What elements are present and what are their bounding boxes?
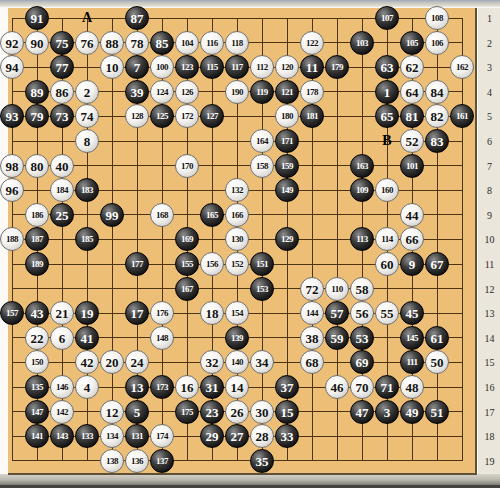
stone-white-52[interactable]: 52 — [400, 129, 424, 153]
stone-white-74[interactable]: 74 — [75, 104, 99, 128]
stone-black-153[interactable]: 153 — [250, 277, 274, 301]
stone-black-39[interactable]: 39 — [125, 80, 149, 104]
stone-white-176[interactable]: 176 — [150, 301, 174, 325]
stone-white-120[interactable]: 120 — [275, 55, 299, 79]
stone-white-14[interactable]: 14 — [225, 375, 249, 399]
window-top-edge — [0, 0, 500, 8]
row-label-13: 13 — [478, 308, 500, 319]
stone-white-150[interactable]: 150 — [25, 350, 49, 374]
stone-black-83[interactable]: 83 — [425, 129, 449, 153]
stone-black-111[interactable]: 111 — [400, 350, 424, 374]
stone-black-73[interactable]: 73 — [50, 104, 74, 128]
stone-black-67[interactable]: 67 — [425, 252, 449, 276]
stone-white-2[interactable]: 2 — [75, 80, 99, 104]
row-label-16: 16 — [478, 382, 500, 393]
stone-black-91[interactable]: 91 — [25, 6, 49, 30]
stone-black-141[interactable]: 141 — [25, 424, 49, 448]
stone-black-121[interactable]: 121 — [275, 80, 299, 104]
stone-white-112[interactable]: 112 — [250, 55, 274, 79]
stone-white-94[interactable]: 94 — [0, 55, 24, 79]
stone-black-23[interactable]: 23 — [200, 400, 224, 424]
stone-black-113[interactable]: 113 — [350, 227, 374, 251]
stone-white-42[interactable]: 42 — [75, 350, 99, 374]
stone-white-48[interactable]: 48 — [400, 375, 424, 399]
stone-white-136[interactable]: 136 — [125, 449, 149, 473]
stone-black-75[interactable]: 75 — [50, 31, 74, 55]
stone-white-130[interactable]: 130 — [225, 227, 249, 251]
stone-white-70[interactable]: 70 — [350, 375, 374, 399]
stone-black-131[interactable]: 131 — [125, 424, 149, 448]
stone-white-104[interactable]: 104 — [175, 31, 199, 55]
stone-black-15[interactable]: 15 — [275, 400, 299, 424]
row-label-17: 17 — [478, 406, 500, 417]
stone-black-115[interactable]: 115 — [200, 55, 224, 79]
stone-white-154[interactable]: 154 — [225, 301, 249, 325]
row-label-10: 10 — [478, 234, 500, 245]
stone-white-72[interactable]: 72 — [300, 277, 324, 301]
stone-white-148[interactable]: 148 — [150, 326, 174, 350]
stone-white-110[interactable]: 110 — [325, 277, 349, 301]
stone-white-152[interactable]: 152 — [225, 252, 249, 276]
stone-white-38[interactable]: 38 — [300, 326, 324, 350]
stone-black-133[interactable]: 133 — [75, 424, 99, 448]
stone-black-13[interactable]: 13 — [125, 375, 149, 399]
stone-black-33[interactable]: 33 — [275, 424, 299, 448]
stone-black-65[interactable]: 65 — [375, 104, 399, 128]
stone-black-47[interactable]: 47 — [350, 400, 374, 424]
stone-white-172[interactable]: 172 — [175, 104, 199, 128]
stone-white-92[interactable]: 92 — [0, 31, 24, 55]
stone-white-22[interactable]: 22 — [25, 326, 49, 350]
stone-white-124[interactable]: 124 — [150, 80, 174, 104]
stone-black-105[interactable]: 105 — [400, 31, 424, 55]
stone-white-78[interactable]: 78 — [125, 31, 149, 55]
stone-black-137[interactable]: 137 — [150, 449, 174, 473]
stone-white-144[interactable]: 144 — [300, 301, 324, 325]
row-label-3: 3 — [478, 62, 500, 73]
row-label-9: 9 — [478, 209, 500, 220]
stone-white-58[interactable]: 58 — [350, 277, 374, 301]
stone-black-17[interactable]: 17 — [125, 301, 149, 325]
stone-black-103[interactable]: 103 — [350, 31, 374, 55]
stone-white-28[interactable]: 28 — [250, 424, 274, 448]
stone-black-11[interactable]: 11 — [300, 55, 324, 79]
stone-black-135[interactable]: 135 — [25, 375, 49, 399]
stone-white-128[interactable]: 128 — [125, 104, 149, 128]
board-mark-A: A — [82, 10, 92, 26]
stone-white-146[interactable]: 146 — [50, 375, 74, 399]
stone-white-10[interactable]: 10 — [100, 55, 124, 79]
stone-black-71[interactable]: 71 — [375, 375, 399, 399]
row-label-6: 6 — [478, 136, 500, 147]
stone-white-64[interactable]: 64 — [400, 80, 424, 104]
stone-white-66[interactable]: 66 — [400, 227, 424, 251]
stone-black-163[interactable]: 163 — [350, 154, 374, 178]
stone-white-76[interactable]: 76 — [75, 31, 99, 55]
board-mark-B: B — [382, 133, 391, 149]
row-label-5: 5 — [478, 111, 500, 122]
stone-black-85[interactable]: 85 — [150, 31, 174, 55]
go-board[interactable]: AB 1234567891011121314151617181920212223… — [8, 8, 477, 475]
stone-black-25[interactable]: 25 — [50, 203, 74, 227]
stone-white-116[interactable]: 116 — [200, 31, 224, 55]
stone-white-114[interactable]: 114 — [375, 227, 399, 251]
stone-black-69[interactable]: 69 — [350, 350, 374, 374]
row-label-18: 18 — [478, 431, 500, 442]
stone-black-171[interactable]: 171 — [275, 129, 299, 153]
stone-white-4[interactable]: 4 — [75, 375, 99, 399]
stone-white-166[interactable]: 166 — [225, 203, 249, 227]
stone-black-59[interactable]: 59 — [325, 326, 349, 350]
stone-white-62[interactable]: 62 — [400, 55, 424, 79]
stone-black-9[interactable]: 9 — [400, 252, 424, 276]
stone-black-79[interactable]: 79 — [25, 104, 49, 128]
stone-black-3[interactable]: 3 — [375, 400, 399, 424]
stone-black-117[interactable]: 117 — [225, 55, 249, 79]
stone-black-149[interactable]: 149 — [275, 178, 299, 202]
row-coordinates: 12345678910111213141516171819 — [477, 8, 500, 474]
stone-white-162[interactable]: 162 — [450, 55, 474, 79]
stone-black-51[interactable]: 51 — [425, 400, 449, 424]
row-label-19: 19 — [478, 455, 500, 466]
stone-white-180[interactable]: 180 — [275, 104, 299, 128]
stone-black-53[interactable]: 53 — [350, 326, 374, 350]
stone-white-26[interactable]: 26 — [225, 400, 249, 424]
stone-white-106[interactable]: 106 — [425, 31, 449, 55]
stone-black-123[interactable]: 123 — [175, 55, 199, 79]
stone-black-61[interactable]: 61 — [425, 326, 449, 350]
row-label-7: 7 — [478, 160, 500, 171]
stone-white-84[interactable]: 84 — [425, 80, 449, 104]
stone-black-189[interactable]: 189 — [25, 252, 49, 276]
stone-white-21[interactable]: 21 — [50, 301, 74, 325]
stone-white-56[interactable]: 56 — [350, 301, 374, 325]
stone-white-186[interactable]: 186 — [25, 203, 49, 227]
stone-white-126[interactable]: 126 — [175, 80, 199, 104]
stone-white-16[interactable]: 16 — [175, 375, 199, 399]
stone-black-181[interactable]: 181 — [300, 104, 324, 128]
stone-black-87[interactable]: 87 — [125, 6, 149, 30]
stone-white-60[interactable]: 60 — [375, 252, 399, 276]
stone-black-45[interactable]: 45 — [400, 301, 424, 325]
stone-black-169[interactable]: 169 — [175, 227, 199, 251]
stone-black-57[interactable]: 57 — [325, 301, 349, 325]
stone-white-156[interactable]: 156 — [200, 252, 224, 276]
stone-white-88[interactable]: 88 — [100, 31, 124, 55]
stone-black-41[interactable]: 41 — [75, 326, 99, 350]
stone-white-134[interactable]: 134 — [100, 424, 124, 448]
stone-white-20[interactable]: 20 — [100, 350, 124, 374]
stone-white-6[interactable]: 6 — [50, 326, 74, 350]
stone-white-184[interactable]: 184 — [50, 178, 74, 202]
stone-black-139[interactable]: 139 — [225, 326, 249, 350]
stone-black-93[interactable]: 93 — [0, 104, 24, 128]
stone-black-187[interactable]: 187 — [25, 227, 49, 251]
row-label-2: 2 — [478, 37, 500, 48]
stone-white-40[interactable]: 40 — [50, 154, 74, 178]
stone-white-174[interactable]: 174 — [150, 424, 174, 448]
stone-black-125[interactable]: 125 — [150, 104, 174, 128]
stone-black-173[interactable]: 173 — [150, 375, 174, 399]
stone-white-122[interactable]: 122 — [300, 31, 324, 55]
stone-white-55[interactable]: 55 — [375, 301, 399, 325]
row-label-4: 4 — [478, 86, 500, 97]
stone-white-50[interactable]: 50 — [425, 350, 449, 374]
stone-black-81[interactable]: 81 — [400, 104, 424, 128]
stone-white-188[interactable]: 188 — [0, 227, 24, 251]
stone-white-46[interactable]: 46 — [325, 375, 349, 399]
stone-black-35[interactable]: 35 — [250, 449, 274, 473]
stone-black-49[interactable]: 49 — [400, 400, 424, 424]
stone-white-18[interactable]: 18 — [200, 301, 224, 325]
stone-black-19[interactable]: 19 — [75, 301, 99, 325]
stone-black-159[interactable]: 159 — [275, 154, 299, 178]
stone-black-147[interactable]: 147 — [25, 400, 49, 424]
stone-black-161[interactable]: 161 — [450, 104, 474, 128]
stone-black-89[interactable]: 89 — [25, 80, 49, 104]
stone-white-100[interactable]: 100 — [150, 55, 174, 79]
stone-black-179[interactable]: 179 — [325, 55, 349, 79]
stone-white-140[interactable]: 140 — [225, 350, 249, 374]
stone-black-101[interactable]: 101 — [400, 154, 424, 178]
stone-white-98[interactable]: 98 — [0, 154, 24, 178]
stone-black-37[interactable]: 37 — [275, 375, 299, 399]
row-label-11: 11 — [478, 259, 500, 270]
stone-white-132[interactable]: 132 — [225, 178, 249, 202]
row-label-1: 1 — [478, 13, 500, 24]
stone-white-168[interactable]: 168 — [150, 203, 174, 227]
stone-black-1[interactable]: 1 — [375, 80, 399, 104]
stone-white-34[interactable]: 34 — [250, 350, 274, 374]
stone-white-138[interactable]: 138 — [100, 449, 124, 473]
stone-black-175[interactable]: 175 — [175, 400, 199, 424]
stone-white-44[interactable]: 44 — [400, 203, 424, 227]
stone-black-99[interactable]: 99 — [100, 203, 124, 227]
stone-black-127[interactable]: 127 — [200, 104, 224, 128]
stone-black-43[interactable]: 43 — [25, 301, 49, 325]
stone-black-31[interactable]: 31 — [200, 375, 224, 399]
stone-black-129[interactable]: 129 — [275, 227, 299, 251]
stone-black-177[interactable]: 177 — [125, 252, 149, 276]
stone-white-158[interactable]: 158 — [250, 154, 274, 178]
window-bottom-edge — [0, 474, 500, 488]
stone-white-164[interactable]: 164 — [250, 129, 274, 153]
stone-white-142[interactable]: 142 — [50, 400, 74, 424]
row-label-15: 15 — [478, 357, 500, 368]
stone-white-178[interactable]: 178 — [300, 80, 324, 104]
stone-black-5[interactable]: 5 — [125, 400, 149, 424]
stone-black-109[interactable]: 109 — [350, 178, 374, 202]
stone-white-96[interactable]: 96 — [0, 178, 24, 202]
stone-black-29[interactable]: 29 — [200, 424, 224, 448]
stone-white-32[interactable]: 32 — [200, 350, 224, 374]
stone-black-165[interactable]: 165 — [200, 203, 224, 227]
stone-black-107[interactable]: 107 — [375, 6, 399, 30]
stone-white-82[interactable]: 82 — [425, 104, 449, 128]
stone-white-68[interactable]: 68 — [300, 350, 324, 374]
row-label-8: 8 — [478, 185, 500, 196]
stone-white-170[interactable]: 170 — [175, 154, 199, 178]
go-board-window: AB 1234567891011121314151617181920212223… — [0, 0, 500, 488]
stone-white-190[interactable]: 190 — [225, 80, 249, 104]
stone-black-7[interactable]: 7 — [125, 55, 149, 79]
stone-black-119[interactable]: 119 — [250, 80, 274, 104]
stone-black-151[interactable]: 151 — [250, 252, 274, 276]
stone-white-24[interactable]: 24 — [125, 350, 149, 374]
stone-black-155[interactable]: 155 — [175, 252, 199, 276]
row-label-14: 14 — [478, 332, 500, 343]
stone-black-185[interactable]: 185 — [75, 227, 99, 251]
stone-black-63[interactable]: 63 — [375, 55, 399, 79]
stone-white-118[interactable]: 118 — [225, 31, 249, 55]
stone-black-167[interactable]: 167 — [175, 277, 199, 301]
stone-black-145[interactable]: 145 — [400, 326, 424, 350]
row-label-12: 12 — [478, 283, 500, 294]
stone-white-108[interactable]: 108 — [425, 6, 449, 30]
stone-black-27[interactable]: 27 — [225, 424, 249, 448]
stone-white-30[interactable]: 30 — [250, 400, 274, 424]
stone-white-8[interactable]: 8 — [75, 129, 99, 153]
stone-white-12[interactable]: 12 — [100, 400, 124, 424]
stone-black-183[interactable]: 183 — [75, 178, 99, 202]
stone-black-77[interactable]: 77 — [50, 55, 74, 79]
stone-black-143[interactable]: 143 — [50, 424, 74, 448]
stone-white-86[interactable]: 86 — [50, 80, 74, 104]
stone-white-80[interactable]: 80 — [25, 154, 49, 178]
stone-white-90[interactable]: 90 — [25, 31, 49, 55]
stone-white-160[interactable]: 160 — [375, 178, 399, 202]
stone-black-157[interactable]: 157 — [0, 301, 24, 325]
